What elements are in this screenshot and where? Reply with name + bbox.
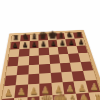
piece-black-pawn: ♟	[12, 43, 18, 49]
square-b3	[16, 74, 28, 85]
piece-black-pawn: ♟	[22, 42, 28, 48]
square-b1: ♞	[14, 97, 28, 100]
square-e4	[50, 63, 62, 73]
square-e1: ♚	[52, 94, 66, 100]
piece-white-rook: ♜	[93, 94, 100, 100]
piece-black-pawn: ♟	[50, 41, 56, 47]
square-h4	[80, 61, 93, 71]
square-d5	[39, 55, 50, 64]
piece-white-bishop: ♝	[28, 97, 39, 100]
square-a1: ♜	[0, 98, 15, 100]
piece-black-bishop: ♝	[58, 32, 65, 40]
piece-white-queen: ♛	[40, 94, 54, 100]
piece-black-queen: ♛	[39, 31, 48, 41]
piece-white-pawn: ♟	[4, 88, 13, 98]
square-g1: ♞	[76, 92, 91, 100]
piece-black-pawn: ♟	[78, 39, 84, 45]
piece-black-king: ♚	[48, 30, 57, 40]
piece-black-pawn: ♟	[41, 41, 47, 47]
square-c6	[29, 48, 39, 56]
piece-black-rook: ♜	[13, 35, 19, 42]
square-a3	[4, 75, 17, 86]
piece-white-king: ♚	[52, 91, 67, 100]
piece-black-bishop: ♝	[31, 33, 38, 41]
piece-black-knight: ♞	[66, 31, 73, 39]
piece-white-pawn: ♟	[90, 83, 98, 92]
square-h2: ♟	[85, 80, 100, 92]
square-h7: ♟	[74, 39, 85, 46]
square-d1: ♛	[40, 95, 53, 100]
square-c4	[28, 64, 39, 74]
chess-set-photo: ♜♞♝♛♚♝♞♜♟♟♟♟♟♟♟♟♟♟♟♟♟♟♟♟♜♞♝♛♚♝♞♜	[0, 0, 100, 100]
piece-black-pawn: ♟	[59, 40, 65, 46]
piece-black-knight: ♞	[22, 34, 29, 42]
board-squares: ♜♞♝♛♚♝♞♜♟♟♟♟♟♟♟♟♟♟♟♟♟♟♟♟♜♞♝♛♚♝♞♜	[0, 32, 100, 100]
piece-black-pawn: ♟	[31, 42, 37, 48]
piece-white-knight: ♞	[80, 93, 91, 100]
photo-backdrop: ♜♞♝♛♚♝♞♜♟♟♟♟♟♟♟♟♟♟♟♟♟♟♟♟♜♞♝♛♚♝♞♜	[0, 0, 100, 100]
square-b7: ♟	[20, 41, 30, 49]
chess-board: ♜♞♝♛♚♝♞♜♟♟♟♟♟♟♟♟♟♟♟♟♟♟♟♟♜♞♝♛♚♝♞♜	[0, 30, 100, 100]
square-h6	[76, 45, 88, 53]
piece-white-bishop: ♝	[67, 94, 78, 100]
square-c1: ♝	[27, 96, 40, 100]
square-h5	[78, 53, 90, 62]
piece-black-pawn: ♟	[69, 40, 75, 46]
square-e3	[50, 72, 62, 83]
square-a2: ♟	[2, 86, 16, 99]
piece-white-knight: ♞	[14, 98, 25, 100]
